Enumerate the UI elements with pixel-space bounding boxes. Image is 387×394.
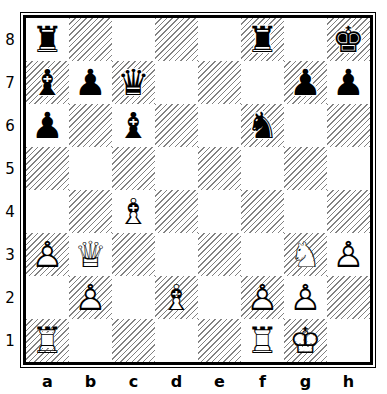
white-bishop-d2-icon: ♝♗ — [155, 276, 198, 319]
square-b3[interactable]: ♛♕ — [69, 233, 112, 276]
square-g6[interactable] — [284, 104, 327, 147]
square-b4[interactable] — [69, 190, 112, 233]
file-labels: abcdefgh — [26, 368, 387, 394]
square-d7[interactable] — [155, 61, 198, 104]
square-g4[interactable] — [284, 190, 327, 233]
square-e1[interactable] — [198, 319, 241, 362]
square-e6[interactable] — [198, 104, 241, 147]
piece-outline: ♖ — [241, 319, 284, 362]
square-c1[interactable] — [112, 319, 155, 362]
file-label-g: g — [284, 368, 327, 394]
square-e2[interactable] — [198, 276, 241, 319]
square-d2[interactable]: ♝♗ — [155, 276, 198, 319]
rank-label-5: 5 — [0, 147, 20, 190]
square-e8[interactable] — [198, 18, 241, 61]
file-label-d: d — [155, 368, 198, 394]
rank-labels: 87654321 — [0, 12, 20, 362]
square-e5[interactable] — [198, 147, 241, 190]
piece-outline: ♕ — [69, 233, 112, 276]
square-h3[interactable]: ♟♙ — [327, 233, 370, 276]
white-pawn-f2-icon: ♟♙ — [241, 276, 284, 319]
white-rook-a1-icon: ♜♖ — [26, 319, 69, 362]
square-a5[interactable] — [26, 147, 69, 190]
square-a8[interactable]: ♜ — [26, 18, 69, 61]
white-queen-b3-icon: ♛♕ — [69, 233, 112, 276]
rank-label-7: 7 — [0, 61, 20, 104]
square-b6[interactable] — [69, 104, 112, 147]
black-pawn-b7-icon: ♟ — [69, 61, 112, 104]
file-label-f: f — [241, 368, 284, 394]
square-b5[interactable] — [69, 147, 112, 190]
piece-outline: ♖ — [26, 319, 69, 362]
square-g1[interactable]: ♚♔ — [284, 319, 327, 362]
black-king-h8-icon: ♚ — [327, 18, 370, 61]
black-pawn-g7-icon: ♟ — [284, 61, 327, 104]
board-layout: 87654321 ♜♜♚♝♟♛♟♟♟♝♞♝♗♟♙♛♕♞♘♟♙♟♙♝♗♟♙♟♙♜♖… — [0, 12, 387, 368]
piece-outline: ♙ — [284, 276, 327, 319]
white-king-g1-icon: ♚♔ — [284, 319, 327, 362]
square-a7[interactable]: ♝ — [26, 61, 69, 104]
white-rook-f1-icon: ♜♖ — [241, 319, 284, 362]
square-h8[interactable]: ♚ — [327, 18, 370, 61]
piece-outline: ♙ — [327, 233, 370, 276]
square-f2[interactable]: ♟♙ — [241, 276, 284, 319]
square-a4[interactable] — [26, 190, 69, 233]
chess-diagram: 87654321 ♜♜♚♝♟♛♟♟♟♝♞♝♗♟♙♛♕♞♘♟♙♟♙♝♗♟♙♟♙♜♖… — [0, 0, 387, 394]
black-rook-f8-icon: ♜ — [241, 18, 284, 61]
white-pawn-h3-icon: ♟♙ — [327, 233, 370, 276]
square-g8[interactable] — [284, 18, 327, 61]
white-pawn-b2-icon: ♟♙ — [69, 276, 112, 319]
file-label-h: h — [327, 368, 370, 394]
square-h7[interactable]: ♟ — [327, 61, 370, 104]
square-a3[interactable]: ♟♙ — [26, 233, 69, 276]
square-d3[interactable] — [155, 233, 198, 276]
chess-board: ♜♜♚♝♟♛♟♟♟♝♞♝♗♟♙♛♕♞♘♟♙♟♙♝♗♟♙♟♙♜♖♜♖♚♔ — [26, 18, 370, 362]
black-pawn-h7-icon: ♟ — [327, 61, 370, 104]
rank-label-3: 3 — [0, 233, 20, 276]
white-pawn-g2-icon: ♟♙ — [284, 276, 327, 319]
black-knight-f6-icon: ♞ — [241, 104, 284, 147]
square-c2[interactable] — [112, 276, 155, 319]
square-b2[interactable]: ♟♙ — [69, 276, 112, 319]
file-label-b: b — [69, 368, 112, 394]
square-h1[interactable] — [327, 319, 370, 362]
rank-label-2: 2 — [0, 276, 20, 319]
board-outer-frame: ♜♜♚♝♟♛♟♟♟♝♞♝♗♟♙♛♕♞♘♟♙♟♙♝♗♟♙♟♙♜♖♜♖♚♔ — [20, 12, 376, 368]
rank-label-4: 4 — [0, 190, 20, 233]
white-knight-g3-icon: ♞♘ — [284, 233, 327, 276]
square-d1[interactable] — [155, 319, 198, 362]
piece-outline: ♘ — [284, 233, 327, 276]
square-c6[interactable]: ♝ — [112, 104, 155, 147]
square-e3[interactable] — [198, 233, 241, 276]
white-pawn-a3-icon: ♟♙ — [26, 233, 69, 276]
square-h4[interactable] — [327, 190, 370, 233]
square-c4[interactable]: ♝♗ — [112, 190, 155, 233]
square-f4[interactable] — [241, 190, 284, 233]
rank-label-1: 1 — [0, 319, 20, 362]
square-b1[interactable] — [69, 319, 112, 362]
square-f7[interactable] — [241, 61, 284, 104]
square-b7[interactable]: ♟ — [69, 61, 112, 104]
square-h2[interactable] — [327, 276, 370, 319]
square-f3[interactable] — [241, 233, 284, 276]
square-e4[interactable] — [198, 190, 241, 233]
piece-outline: ♙ — [69, 276, 112, 319]
square-f8[interactable]: ♜ — [241, 18, 284, 61]
square-a1[interactable]: ♜♖ — [26, 319, 69, 362]
square-c3[interactable] — [112, 233, 155, 276]
square-b8[interactable] — [69, 18, 112, 61]
square-d6[interactable] — [155, 104, 198, 147]
square-h5[interactable] — [327, 147, 370, 190]
square-g2[interactable]: ♟♙ — [284, 276, 327, 319]
square-g7[interactable]: ♟ — [284, 61, 327, 104]
black-rook-a8-icon: ♜ — [26, 18, 69, 61]
piece-outline: ♙ — [26, 233, 69, 276]
square-g5[interactable] — [284, 147, 327, 190]
square-f5[interactable] — [241, 147, 284, 190]
square-f1[interactable]: ♜♖ — [241, 319, 284, 362]
file-label-c: c — [112, 368, 155, 394]
board-inner-frame: ♜♜♚♝♟♛♟♟♟♝♞♝♗♟♙♛♕♞♘♟♙♟♙♝♗♟♙♟♙♜♖♜♖♚♔ — [23, 15, 373, 365]
square-d5[interactable] — [155, 147, 198, 190]
square-a2[interactable] — [26, 276, 69, 319]
black-bishop-a7-icon: ♝ — [26, 61, 69, 104]
piece-outline: ♗ — [112, 190, 155, 233]
black-bishop-c6-icon: ♝ — [112, 104, 155, 147]
square-a6[interactable]: ♟ — [26, 104, 69, 147]
square-h6[interactable] — [327, 104, 370, 147]
piece-outline: ♔ — [284, 319, 327, 362]
file-label-a: a — [26, 368, 69, 394]
piece-outline: ♙ — [241, 276, 284, 319]
file-label-e: e — [198, 368, 241, 394]
square-d4[interactable] — [155, 190, 198, 233]
rank-label-6: 6 — [0, 104, 20, 147]
square-g3[interactable]: ♞♘ — [284, 233, 327, 276]
square-d8[interactable] — [155, 18, 198, 61]
white-bishop-c4-icon: ♝♗ — [112, 190, 155, 233]
square-c8[interactable] — [112, 18, 155, 61]
square-c7[interactable]: ♛ — [112, 61, 155, 104]
square-c5[interactable] — [112, 147, 155, 190]
black-queen-c7-icon: ♛ — [112, 61, 155, 104]
rank-label-8: 8 — [0, 18, 20, 61]
square-f6[interactable]: ♞ — [241, 104, 284, 147]
piece-outline: ♗ — [155, 276, 198, 319]
square-e7[interactable] — [198, 61, 241, 104]
black-pawn-a6-icon: ♟ — [26, 104, 69, 147]
